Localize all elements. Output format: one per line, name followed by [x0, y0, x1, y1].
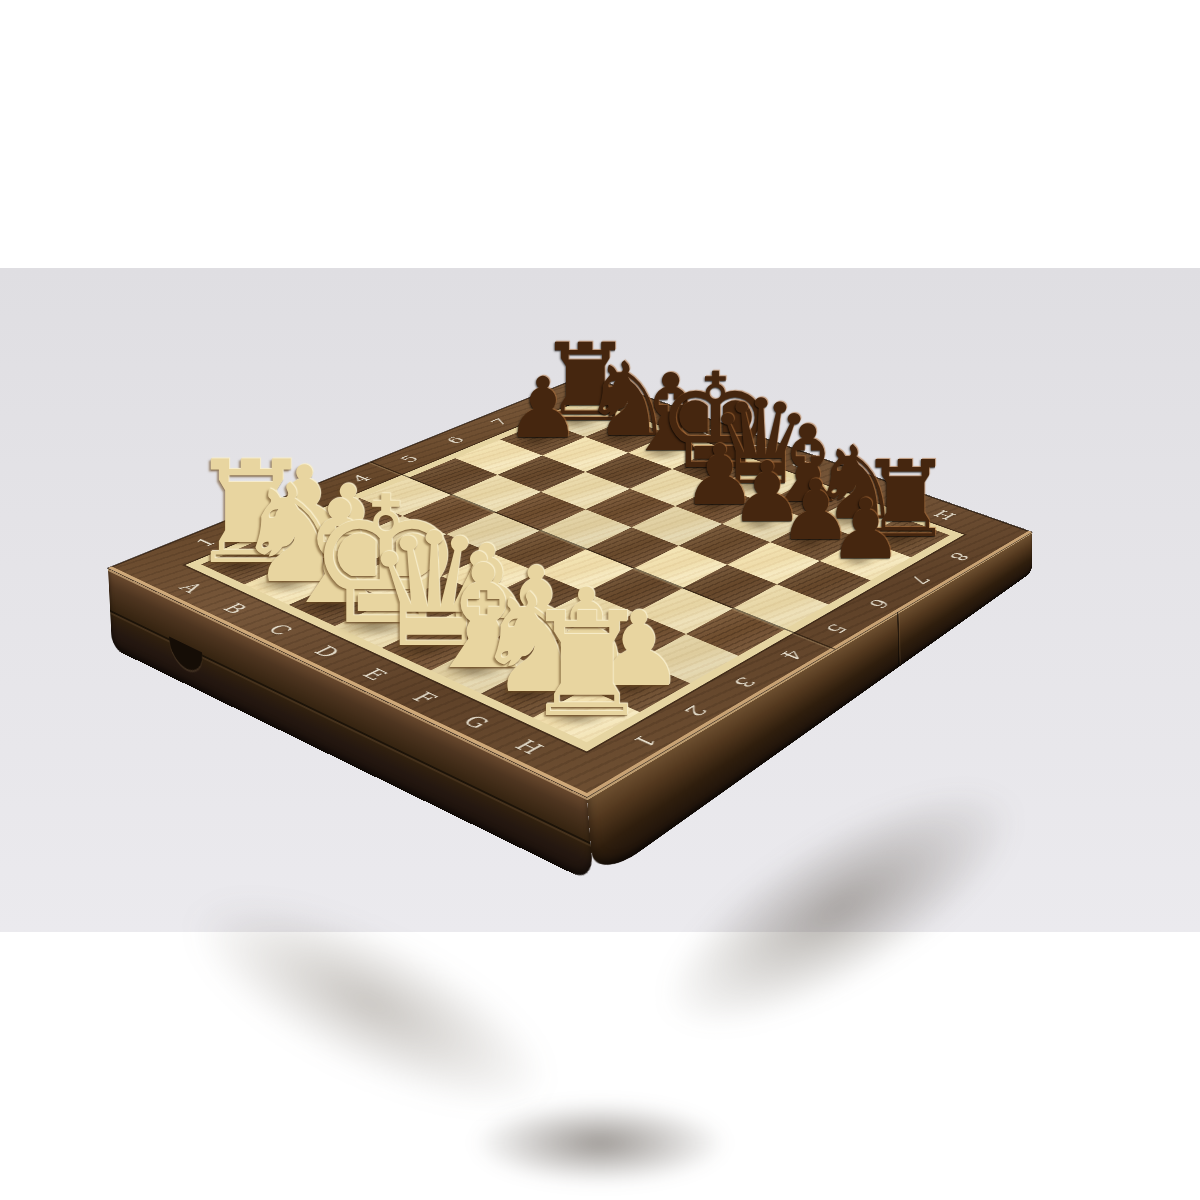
- rank-label-right-3: 3: [728, 674, 759, 689]
- board-shadow-corner: [430, 1088, 770, 1198]
- finger-notch: [169, 636, 203, 676]
- piece-black-pawn-a7[interactable]: ♟: [505, 367, 580, 451]
- rank-label-right-7: 7: [905, 573, 934, 586]
- page: AA11BB22CC33DD44EE55FF66GG77HH88 ♜♞♟♝♚♛♝…: [0, 0, 1200, 1200]
- rank-label-left-6: 6: [442, 435, 468, 445]
- rank-label-right-5: 5: [821, 621, 851, 635]
- piece-black-pawn-h7[interactable]: ♟: [828, 488, 903, 571]
- rank-label-right-6: 6: [864, 597, 893, 610]
- piece-white-rook-h1[interactable]: ♜: [522, 592, 651, 736]
- fold-seam-side: [897, 612, 900, 668]
- rank-label-right-4: 4: [776, 647, 807, 661]
